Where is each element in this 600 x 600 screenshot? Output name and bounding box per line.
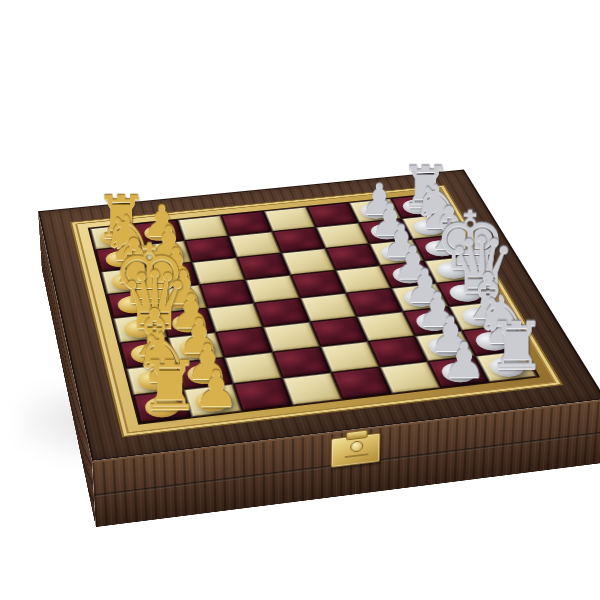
latch-hook-icon — [346, 430, 368, 441]
silver-pawn[interactable]: ♟ — [439, 336, 489, 385]
square-c5[interactable] — [310, 317, 368, 347]
gold-rook[interactable]: ♜ — [139, 352, 191, 420]
board-frame: ♜♟♟♜♞♟♟♞♝♟♟♝♚♟♟♚♛♟♟♛♝♟♟♝♞♟♟♞♜♟♟♜ — [70, 185, 563, 438]
square-a1[interactable]: ♜ — [133, 390, 191, 424]
square-d6[interactable] — [346, 288, 403, 317]
photo-scene: ♜♟♟♜♞♟♟♞♝♟♟♝♚♟♟♚♛♟♟♛♝♟♟♝♞♟♟♞♜♟♟♜ — [0, 0, 600, 600]
latch-logo-icon — [350, 440, 363, 453]
silver-rook[interactable]: ♜ — [487, 313, 537, 379]
latch[interactable] — [331, 433, 381, 468]
chessboard: ♜♟♟♜♞♟♟♞♝♟♟♝♚♟♟♚♛♟♟♛♝♟♟♝♞♟♟♞♜♟♟♜ — [90, 194, 538, 423]
square-a7[interactable]: ♟ — [428, 356, 490, 388]
